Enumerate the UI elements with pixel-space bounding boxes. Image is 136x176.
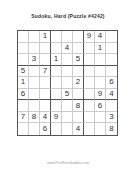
cell-r3c5 <box>62 54 73 66</box>
cell-r9c1 <box>18 123 29 135</box>
cell-r1c7: 9 <box>84 31 95 43</box>
cell-r1c4 <box>51 31 62 43</box>
cell-r2c7 <box>84 43 95 55</box>
cell-r5c4 <box>51 77 62 89</box>
cell-r1c8: 4 <box>95 31 106 43</box>
cell-r7c5 <box>62 100 73 112</box>
cell-r3c2: 3 <box>29 54 40 66</box>
cell-r4c4 <box>51 66 62 78</box>
cell-r2c5: 4 <box>62 43 73 55</box>
cell-r1c5 <box>62 31 73 43</box>
cell-r3c8 <box>95 54 106 66</box>
cell-r5c9: 6 <box>106 77 117 89</box>
cell-r1c1 <box>18 31 29 43</box>
cell-r9c2 <box>29 123 40 135</box>
cell-r3c9 <box>106 54 117 66</box>
cell-r6c9: 4 <box>106 89 117 101</box>
cell-r6c4 <box>51 89 62 101</box>
cell-r6c6 <box>73 89 84 101</box>
cell-r4c7 <box>84 66 95 78</box>
cell-r7c8: 6 <box>95 100 106 112</box>
cell-r7c1 <box>18 100 29 112</box>
cell-r5c7 <box>84 77 95 89</box>
cell-r4c2 <box>29 66 40 78</box>
cell-r9c9: 8 <box>106 123 117 135</box>
cell-r7c2 <box>29 100 40 112</box>
cell-r3c7 <box>84 54 95 66</box>
cell-r7c4 <box>51 100 62 112</box>
cell-r2c8: 1 <box>95 43 106 55</box>
cell-r9c8 <box>95 123 106 135</box>
cell-r2c2 <box>29 43 40 55</box>
cell-r4c8 <box>95 66 106 78</box>
cell-r9c6: 4 <box>73 123 84 135</box>
cell-r9c7 <box>84 123 95 135</box>
cell-r8c6 <box>73 112 84 124</box>
cell-r8c3: 4 <box>40 112 51 124</box>
cell-r4c9 <box>106 66 117 78</box>
cell-r8c8 <box>95 112 106 124</box>
cell-r6c1: 6 <box>18 89 29 101</box>
cell-r2c1 <box>18 43 29 55</box>
cell-r4c6 <box>73 66 84 78</box>
cell-r5c1: 1 <box>18 77 29 89</box>
cell-r6c2 <box>29 89 40 101</box>
cell-r1c9 <box>106 31 117 43</box>
sudoku-grid: 194413155712665948678493648 <box>17 30 118 136</box>
cell-r5c6: 2 <box>73 77 84 89</box>
cell-r5c3 <box>40 77 51 89</box>
cell-r3c1 <box>18 54 29 66</box>
cell-r2c3 <box>40 43 51 55</box>
cell-r8c5 <box>62 112 73 124</box>
cell-r6c5: 5 <box>62 89 73 101</box>
cell-r3c4: 1 <box>51 54 62 66</box>
printable-sudoku-page: Sudoku, Hard (Puzzle #4242) 194413155712… <box>0 0 136 176</box>
cell-r8c9: 3 <box>106 112 117 124</box>
cell-r6c8: 9 <box>95 89 106 101</box>
cell-r4c1: 5 <box>18 66 29 78</box>
cell-r5c5 <box>62 77 73 89</box>
page-title: Sudoku, Hard (Puzzle #4242) <box>0 13 136 19</box>
cell-r7c6: 8 <box>73 100 84 112</box>
cell-r5c2 <box>29 77 40 89</box>
cell-r6c7 <box>84 89 95 101</box>
cell-r8c2: 8 <box>29 112 40 124</box>
cell-r5c8 <box>95 77 106 89</box>
cell-r8c1: 7 <box>18 112 29 124</box>
cell-r4c3: 7 <box>40 66 51 78</box>
cell-r1c3: 1 <box>40 31 51 43</box>
cell-r8c4: 9 <box>51 112 62 124</box>
cell-r2c6 <box>73 43 84 55</box>
cell-r7c9 <box>106 100 117 112</box>
cell-r9c4 <box>51 123 62 135</box>
cell-r2c4 <box>51 43 62 55</box>
cell-r3c6: 5 <box>73 54 84 66</box>
cell-r3c3 <box>40 54 51 66</box>
cell-r2c9 <box>106 43 117 55</box>
cell-r1c2 <box>29 31 40 43</box>
cell-r8c7 <box>84 112 95 124</box>
cell-r7c3 <box>40 100 51 112</box>
cell-r4c5 <box>62 66 73 78</box>
footer-url: www.PrintFreeSudoku.com <box>0 161 136 165</box>
cell-r6c3 <box>40 89 51 101</box>
cell-r7c7 <box>84 100 95 112</box>
cell-r9c5 <box>62 123 73 135</box>
cell-r1c6 <box>73 31 84 43</box>
cell-r9c3: 6 <box>40 123 51 135</box>
